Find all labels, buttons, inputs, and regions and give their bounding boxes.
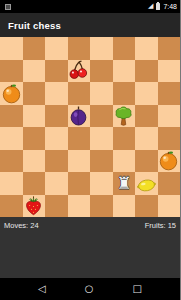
app-title: Fruit chess — [8, 20, 61, 31]
square-a6[interactable] — [0, 82, 23, 105]
square-g5[interactable] — [135, 105, 158, 128]
square-g6[interactable] — [135, 82, 158, 105]
square-f6[interactable] — [113, 82, 136, 105]
nav-bar: ◁ ○ □ — [0, 278, 180, 300]
fruits-counter: Fruits: 15 — [145, 221, 176, 230]
square-f7[interactable] — [113, 60, 136, 83]
square-h6[interactable] — [158, 82, 181, 105]
square-d7[interactable] — [68, 60, 91, 83]
recents-button[interactable]: □ — [132, 284, 141, 294]
square-d5[interactable] — [68, 105, 91, 128]
square-a2[interactable] — [0, 172, 23, 195]
moves-counter: Moves: 24 — [4, 221, 39, 230]
square-f3[interactable] — [113, 150, 136, 173]
square-a7[interactable] — [0, 60, 23, 83]
square-a4[interactable] — [0, 127, 23, 150]
square-e7[interactable] — [90, 60, 113, 83]
square-f2[interactable]: ♜ — [113, 172, 136, 195]
square-a1[interactable] — [0, 195, 23, 218]
square-d2[interactable] — [68, 172, 91, 195]
tree-piece — [113, 105, 134, 126]
square-b2[interactable] — [23, 172, 46, 195]
square-a8[interactable] — [0, 37, 23, 60]
square-c2[interactable] — [45, 172, 68, 195]
square-h4[interactable] — [158, 127, 181, 150]
signal-icon: ◢ — [148, 3, 153, 10]
square-c5[interactable] — [45, 105, 68, 128]
square-d4[interactable] — [68, 127, 91, 150]
strawberry-piece — [23, 195, 44, 216]
square-b5[interactable] — [23, 105, 46, 128]
square-f4[interactable] — [113, 127, 136, 150]
square-c6[interactable] — [45, 82, 68, 105]
cherry-piece — [68, 60, 89, 81]
square-b1[interactable] — [23, 195, 46, 218]
white-rook-piece: ♜ — [116, 175, 131, 192]
square-e3[interactable] — [90, 150, 113, 173]
square-g3[interactable] — [135, 150, 158, 173]
square-f5[interactable] — [113, 105, 136, 128]
status-bar-right: ◢ 7:48 — [148, 3, 177, 10]
square-g8[interactable] — [135, 37, 158, 60]
square-c1[interactable] — [45, 195, 68, 218]
square-f1[interactable] — [113, 195, 136, 218]
battery-icon — [156, 3, 160, 10]
info-row: Moves: 24 Fruits: 15 — [0, 217, 180, 230]
square-c8[interactable] — [45, 37, 68, 60]
square-e2[interactable] — [90, 172, 113, 195]
square-d3[interactable] — [68, 150, 91, 173]
action-bar: Fruit chess — [0, 13, 180, 37]
square-f8[interactable] — [113, 37, 136, 60]
square-e4[interactable] — [90, 127, 113, 150]
square-h1[interactable] — [158, 195, 181, 218]
square-e6[interactable] — [90, 82, 113, 105]
square-h2[interactable] — [158, 172, 181, 195]
square-g7[interactable] — [135, 60, 158, 83]
orange-piece — [158, 150, 179, 171]
back-button[interactable]: ◁ — [38, 284, 46, 294]
status-time: 7:48 — [163, 3, 177, 10]
square-h8[interactable] — [158, 37, 181, 60]
square-h5[interactable] — [158, 105, 181, 128]
square-a5[interactable] — [0, 105, 23, 128]
square-g2[interactable] — [135, 172, 158, 195]
square-b4[interactable] — [23, 127, 46, 150]
square-b3[interactable] — [23, 150, 46, 173]
board: ♜ — [0, 37, 180, 217]
square-c3[interactable] — [45, 150, 68, 173]
info-area: Moves: 24 Fruits: 15 — [0, 217, 180, 278]
square-g4[interactable] — [135, 127, 158, 150]
plum-piece — [68, 105, 89, 126]
square-b7[interactable] — [23, 60, 46, 83]
square-a3[interactable] — [0, 150, 23, 173]
phone-screen: ◢ 7:48 Fruit chess ♜ Moves: 24 Fruits: 1… — [0, 0, 180, 300]
notification-square-icon — [5, 4, 11, 10]
square-b8[interactable] — [23, 37, 46, 60]
square-d8[interactable] — [68, 37, 91, 60]
square-g1[interactable] — [135, 195, 158, 218]
home-button[interactable]: ○ — [85, 284, 94, 294]
square-e5[interactable] — [90, 105, 113, 128]
square-b6[interactable] — [23, 82, 46, 105]
lemon-piece — [136, 173, 157, 194]
square-d6[interactable] — [68, 82, 91, 105]
square-d1[interactable] — [68, 195, 91, 218]
square-h7[interactable] — [158, 60, 181, 83]
square-e1[interactable] — [90, 195, 113, 218]
square-h3[interactable] — [158, 150, 181, 173]
orange-piece — [1, 83, 22, 104]
square-e8[interactable] — [90, 37, 113, 60]
square-c4[interactable] — [45, 127, 68, 150]
status-bar: ◢ 7:48 — [0, 0, 180, 13]
square-c7[interactable] — [45, 60, 68, 83]
